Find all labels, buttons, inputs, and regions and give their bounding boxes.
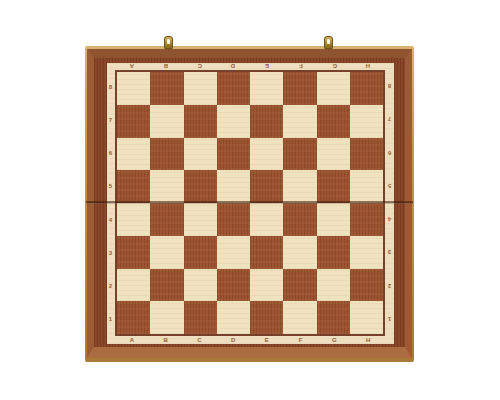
square-e1 — [250, 301, 283, 334]
square-e2 — [250, 269, 283, 302]
file-label: C — [183, 336, 217, 344]
square-e3 — [250, 236, 283, 269]
square-c3 — [184, 236, 217, 269]
square-d4 — [217, 203, 250, 236]
rank-label: 6 — [106, 137, 115, 170]
square-d5 — [217, 170, 250, 203]
rank-label: 2 — [385, 270, 394, 303]
rank-label: 8 — [385, 70, 394, 103]
square-c6 — [184, 138, 217, 171]
product-photo-stage: ABCDEFGH ABCDEFGH 87654321 87654321 — [0, 0, 500, 400]
square-a2 — [117, 269, 150, 302]
clasp-hole — [327, 39, 330, 44]
rank-label: 3 — [106, 236, 115, 269]
file-label: H — [351, 62, 385, 70]
rank-label: 1 — [106, 303, 115, 336]
square-a7 — [117, 105, 150, 138]
square-h4 — [350, 203, 383, 236]
square-d8 — [217, 72, 250, 105]
rank-label: 4 — [385, 203, 394, 236]
file-label: B — [149, 336, 183, 344]
square-a8 — [117, 72, 150, 105]
square-c7 — [184, 105, 217, 138]
square-g2 — [317, 269, 350, 302]
square-e4 — [250, 203, 283, 236]
rank-label: 5 — [385, 170, 394, 203]
square-c5 — [184, 170, 217, 203]
square-c8 — [184, 72, 217, 105]
file-label: H — [351, 336, 385, 344]
brass-clasp-left-icon — [164, 36, 173, 49]
file-label: D — [216, 62, 250, 70]
file-label: E — [250, 336, 284, 344]
square-h6 — [350, 138, 383, 171]
file-label: E — [250, 62, 284, 70]
square-b7 — [150, 105, 183, 138]
square-f3 — [283, 236, 316, 269]
square-d7 — [217, 105, 250, 138]
square-h3 — [350, 236, 383, 269]
square-b5 — [150, 170, 183, 203]
rank-label: 5 — [106, 170, 115, 203]
square-f5 — [283, 170, 316, 203]
file-label: C — [183, 62, 217, 70]
rank-label: 2 — [106, 270, 115, 303]
square-a3 — [117, 236, 150, 269]
square-h5 — [350, 170, 383, 203]
square-d3 — [217, 236, 250, 269]
square-h2 — [350, 269, 383, 302]
file-label: A — [115, 62, 149, 70]
file-labels-top: ABCDEFGH — [115, 62, 385, 70]
square-b1 — [150, 301, 183, 334]
file-labels-bottom: ABCDEFGH — [115, 336, 385, 344]
file-label: F — [284, 336, 318, 344]
square-c1 — [184, 301, 217, 334]
square-e6 — [250, 138, 283, 171]
file-label: G — [318, 336, 352, 344]
square-b3 — [150, 236, 183, 269]
file-label: D — [216, 336, 250, 344]
file-label: F — [284, 62, 318, 70]
square-g7 — [317, 105, 350, 138]
square-g1 — [317, 301, 350, 334]
square-b4 — [150, 203, 183, 236]
rank-label: 8 — [106, 70, 115, 103]
square-b2 — [150, 269, 183, 302]
square-a6 — [117, 138, 150, 171]
rank-label: 1 — [385, 303, 394, 336]
rank-label: 3 — [385, 236, 394, 269]
square-b6 — [150, 138, 183, 171]
square-g3 — [317, 236, 350, 269]
square-g5 — [317, 170, 350, 203]
file-label: A — [115, 336, 149, 344]
square-d6 — [217, 138, 250, 171]
square-f4 — [283, 203, 316, 236]
square-a1 — [117, 301, 150, 334]
square-e8 — [250, 72, 283, 105]
square-d1 — [217, 301, 250, 334]
square-f2 — [283, 269, 316, 302]
brass-clasp-right-icon — [324, 36, 333, 49]
chessboard: ABCDEFGH ABCDEFGH 87654321 87654321 — [85, 46, 414, 362]
rank-label: 7 — [385, 103, 394, 136]
square-a5 — [117, 170, 150, 203]
square-e7 — [250, 105, 283, 138]
clasp-hole — [167, 39, 170, 44]
square-h1 — [350, 301, 383, 334]
square-c4 — [184, 203, 217, 236]
square-f1 — [283, 301, 316, 334]
square-g4 — [317, 203, 350, 236]
square-b8 — [150, 72, 183, 105]
square-h7 — [350, 105, 383, 138]
fold-seam — [86, 201, 413, 204]
square-e5 — [250, 170, 283, 203]
square-g8 — [317, 72, 350, 105]
file-label: B — [149, 62, 183, 70]
square-f6 — [283, 138, 316, 171]
square-c2 — [184, 269, 217, 302]
rank-label: 4 — [106, 203, 115, 236]
file-label: G — [318, 62, 352, 70]
square-h8 — [350, 72, 383, 105]
square-a4 — [117, 203, 150, 236]
square-f8 — [283, 72, 316, 105]
square-d2 — [217, 269, 250, 302]
rank-label: 6 — [385, 137, 394, 170]
square-f7 — [283, 105, 316, 138]
rank-label: 7 — [106, 103, 115, 136]
square-g6 — [317, 138, 350, 171]
